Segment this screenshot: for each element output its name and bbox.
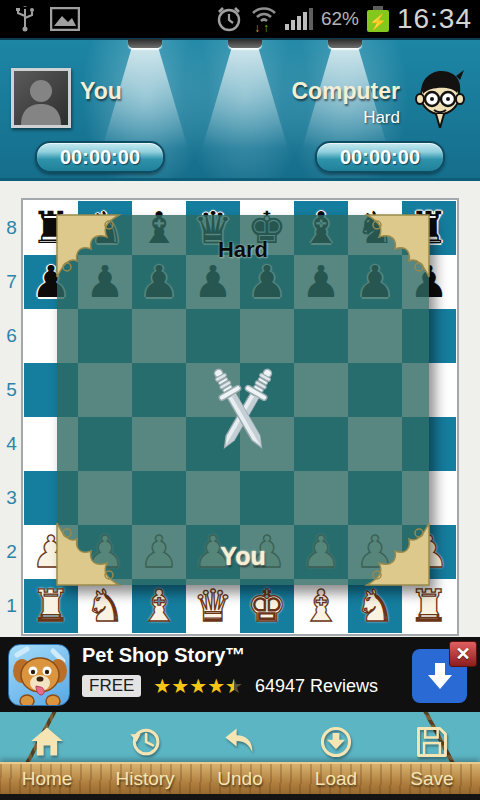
square-g1[interactable]: ♞	[348, 579, 402, 633]
star-icon: ★	[153, 676, 171, 696]
player-avatar	[11, 68, 71, 128]
square-b1[interactable]: ♞	[78, 579, 132, 633]
wifi-icon: ↓ ↑	[251, 6, 277, 32]
ad-title[interactable]: Pet Shop Story™	[82, 644, 245, 667]
clock-computer: 00:00:00	[315, 141, 445, 173]
ad-banner[interactable]: Pet Shop Story™ FREE ★★★★★★ 64947 Review…	[0, 637, 480, 712]
nav-label-home: Home	[22, 768, 73, 790]
player-header: You Computer Hard 00:00:00 00:00:	[0, 38, 480, 181]
white-piece-c1[interactable]: ♝	[132, 579, 186, 633]
save-icon	[414, 722, 450, 762]
white-piece-e1[interactable]: ♚	[240, 579, 294, 633]
star-icon: ★	[207, 676, 225, 696]
nav-label-undo: Undo	[217, 768, 262, 790]
home-icon	[29, 722, 65, 762]
ad-app-icon[interactable]	[8, 644, 70, 706]
nav-label-load: Load	[315, 768, 357, 790]
star-icon: ★	[171, 676, 189, 696]
overlay-player-label: You	[57, 542, 429, 571]
square-c1[interactable]: ♝	[132, 579, 186, 633]
computer-avatar	[410, 66, 470, 128]
game-start-overlay[interactable]: Hard You	[57, 215, 429, 585]
clock-you: 00:00:00	[35, 141, 165, 173]
nav-button-home[interactable]: Home	[8, 722, 86, 790]
nav-label-history: History	[115, 768, 174, 790]
nav-label-save: Save	[410, 768, 453, 790]
ad-close-button[interactable]: ✕	[449, 641, 477, 667]
rank-label-3: 3	[3, 471, 20, 525]
app-screen: ↓ ↑ 62% ⚡ 16:34 You Computer Hard	[0, 0, 480, 800]
white-piece-f1[interactable]: ♝	[294, 579, 348, 633]
white-piece-d1[interactable]: ♛	[186, 579, 240, 633]
rank-label-5: 5	[3, 363, 20, 417]
status-bar: ↓ ↑ 62% ⚡ 16:34	[0, 0, 480, 38]
star-icon: ★★	[225, 676, 243, 696]
data-up-arrow-icon: ↑	[263, 22, 269, 34]
overlay-difficulty-label: Hard	[57, 237, 429, 263]
difficulty-label: Hard	[363, 108, 400, 128]
square-h1[interactable]: ♜	[402, 579, 456, 633]
ad-review-count: 64947 Reviews	[255, 676, 378, 697]
rank-label-1: 1	[3, 579, 20, 633]
battery-icon: ⚡	[367, 6, 389, 32]
white-piece-a1[interactable]: ♜	[24, 579, 78, 633]
rank-label-4: 4	[3, 417, 20, 471]
signal-strength-icon	[285, 8, 313, 30]
ceiling-lamp-icon	[128, 39, 162, 48]
ad-star-rating: ★★★★★★	[153, 676, 243, 696]
rank-label-8: 8	[3, 201, 20, 255]
white-piece-b1[interactable]: ♞	[78, 579, 132, 633]
square-e1[interactable]: ♚	[240, 579, 294, 633]
load-icon	[318, 722, 354, 762]
nav-button-history[interactable]: History	[106, 722, 184, 790]
alarm-icon	[215, 5, 243, 33]
ad-free-badge: FREE	[82, 675, 141, 697]
clock-time: 16:34	[397, 3, 472, 35]
ceiling-lamp-icon	[228, 39, 262, 48]
player-name-you: You	[80, 78, 122, 105]
square-d1[interactable]: ♛	[186, 579, 240, 633]
rank-label-2: 2	[3, 525, 20, 579]
gallery-icon	[50, 7, 80, 31]
history-icon	[127, 722, 163, 762]
crossed-swords-icon	[197, 359, 289, 463]
undo-icon	[222, 722, 258, 762]
rank-label-7: 7	[3, 255, 20, 309]
nav-button-undo[interactable]: Undo	[201, 722, 279, 790]
white-piece-g1[interactable]: ♞	[348, 579, 402, 633]
star-icon: ★	[189, 676, 207, 696]
white-piece-h1[interactable]: ♜	[402, 579, 456, 633]
square-f1[interactable]: ♝	[294, 579, 348, 633]
nav-button-save[interactable]: Save	[393, 722, 471, 790]
square-a1[interactable]: ♜	[24, 579, 78, 633]
data-down-arrow-icon: ↓	[254, 22, 260, 34]
bottom-nav: HomeHistoryUndoLoadSave	[0, 712, 480, 800]
rank-labels: 87654321	[3, 201, 20, 633]
player-name-computer: Computer	[291, 78, 400, 105]
battery-percent: 62%	[321, 8, 359, 30]
rank-label-6: 6	[3, 309, 20, 363]
ceiling-lamp-icon	[328, 39, 362, 48]
nav-button-load[interactable]: Load	[297, 722, 375, 790]
usb-icon	[14, 6, 36, 32]
